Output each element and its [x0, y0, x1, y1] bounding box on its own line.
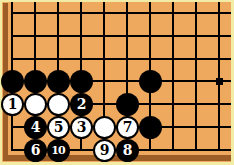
star-point-K4 — [216, 78, 223, 85]
stone-white-B3 — [24, 93, 47, 116]
stone-black-C4 — [47, 70, 70, 93]
move-number-label: 5 — [54, 120, 63, 134]
stone-white-E2 — [93, 116, 116, 139]
move-number-label: 3 — [77, 120, 86, 134]
move-number-label: 2 — [77, 97, 86, 111]
stone-black-move-2-D3: 2 — [70, 93, 93, 116]
move-number-label: 9 — [100, 143, 109, 157]
stone-black-G2 — [139, 116, 162, 139]
go-diagram: 12453761098 — [0, 0, 234, 165]
stone-black-B4 — [24, 70, 47, 93]
stone-black-move-4-B2: 4 — [24, 116, 47, 139]
grid-line-horizontal-5 — [11, 58, 231, 60]
move-number-label: 1 — [8, 97, 17, 111]
move-number-label: 8 — [123, 143, 132, 157]
grid-line-horizontal-6 — [11, 35, 231, 37]
stone-white-move-3-D2: 3 — [70, 116, 93, 139]
move-number-label: 4 — [31, 120, 40, 134]
stone-black-move-6-B1: 6 — [24, 139, 47, 162]
grid-line-vertical-J — [195, 2, 197, 151]
move-number-label: 6 — [31, 143, 40, 157]
move-number-label: 10 — [51, 145, 64, 156]
move-number-label: 7 — [123, 120, 132, 134]
stone-black-G4 — [139, 70, 162, 93]
stone-white-C3 — [47, 93, 70, 116]
grid-line-horizontal-7 — [11, 12, 231, 14]
stone-black-move-8-F1: 8 — [116, 139, 139, 162]
stone-black-A4 — [1, 70, 24, 93]
stone-black-D4 — [70, 70, 93, 93]
stone-white-move-1-A3: 1 — [1, 93, 24, 116]
stone-black-F3 — [116, 93, 139, 116]
grid-line-vertical-H — [172, 2, 174, 151]
stone-white-move-9-E1: 9 — [93, 139, 116, 162]
stone-white-move-7-F2: 7 — [116, 116, 139, 139]
grid-line-vertical-K — [218, 2, 220, 151]
stone-black-move-10-C1: 10 — [47, 139, 70, 162]
stone-white-move-5-C2: 5 — [47, 116, 70, 139]
